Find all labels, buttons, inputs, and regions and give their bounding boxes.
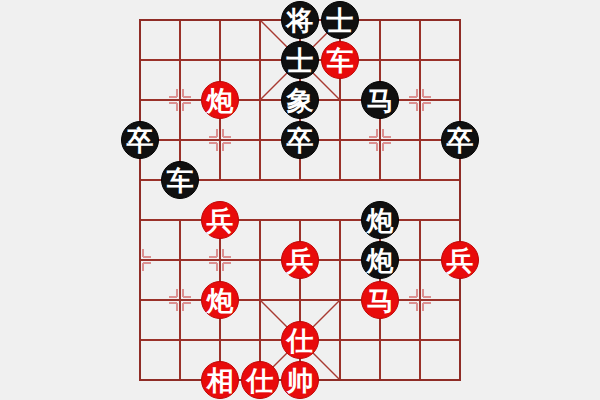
point-file2-rank7[interactable] (160, 240, 200, 280)
piece-red-soldier[interactable]: 兵 (201, 201, 239, 239)
point-file9-rank8[interactable] (440, 280, 480, 320)
piece-red-horse[interactable]: 马 (361, 281, 399, 319)
point-file3-rank9[interactable] (200, 320, 240, 360)
piece-black-cannon[interactable]: 炮 (361, 201, 399, 239)
point-file9-rank10[interactable] (440, 360, 480, 400)
point-file5-rank9[interactable]: 仕 (280, 320, 320, 360)
piece-red-advisor[interactable]: 仕 (281, 321, 319, 359)
point-file4-rank8[interactable] (240, 280, 280, 320)
point-file8-rank8[interactable] (400, 280, 440, 320)
point-file8-rank1[interactable] (400, 0, 440, 40)
point-file2-rank1[interactable] (160, 0, 200, 40)
point-file2-rank2[interactable] (160, 40, 200, 80)
piece-red-soldier[interactable]: 兵 (281, 241, 319, 279)
point-file1-rank4[interactable]: 卒 (120, 120, 160, 160)
point-file7-rank2[interactable] (360, 40, 400, 80)
point-file7-rank4[interactable] (360, 120, 400, 160)
point-file1-rank9[interactable] (120, 320, 160, 360)
point-file1-rank3[interactable] (120, 80, 160, 120)
point-file2-rank8[interactable] (160, 280, 200, 320)
point-file7-rank10[interactable] (360, 360, 400, 400)
point-file5-rank2[interactable]: 士 (280, 40, 320, 80)
point-file1-rank10[interactable] (120, 360, 160, 400)
point-file5-rank4[interactable]: 卒 (280, 120, 320, 160)
point-file5-rank5[interactable] (280, 160, 320, 200)
point-file6-rank2[interactable]: 车 (320, 40, 360, 80)
piece-red-chariot[interactable]: 车 (321, 41, 359, 79)
point-file2-rank6[interactable] (160, 200, 200, 240)
point-file6-rank7[interactable] (320, 240, 360, 280)
point-file4-rank10[interactable]: 仕 (240, 360, 280, 400)
piece-black-cannon[interactable]: 炮 (361, 241, 399, 279)
point-file6-rank5[interactable] (320, 160, 360, 200)
piece-red-elephant[interactable]: 相 (201, 361, 239, 399)
point-file9-rank4[interactable]: 卒 (440, 120, 480, 160)
point-file3-rank5[interactable] (200, 160, 240, 200)
point-file4-rank4[interactable] (240, 120, 280, 160)
point-file3-rank1[interactable] (200, 0, 240, 40)
xiangqi-board: 将士士车炮象马卒卒卒车兵炮兵炮兵炮马仕相仕帅 (0, 0, 600, 400)
point-file4-rank9[interactable] (240, 320, 280, 360)
point-file3-rank4[interactable] (200, 120, 240, 160)
piece-red-soldier[interactable]: 兵 (441, 241, 479, 279)
point-file5-rank1[interactable]: 将 (280, 0, 320, 40)
point-file2-rank3[interactable] (160, 80, 200, 120)
point-file3-rank7[interactable] (200, 240, 240, 280)
point-file5-rank6[interactable] (280, 200, 320, 240)
point-file7-rank6[interactable]: 炮 (360, 200, 400, 240)
piece-red-general[interactable]: 帅 (281, 361, 319, 399)
point-file6-rank10[interactable] (320, 360, 360, 400)
point-file5-rank8[interactable] (280, 280, 320, 320)
point-file4-rank5[interactable] (240, 160, 280, 200)
piece-black-advisor[interactable]: 士 (321, 1, 359, 39)
point-file9-rank1[interactable] (440, 0, 480, 40)
piece-red-cannon[interactable]: 炮 (201, 281, 239, 319)
piece-black-soldier[interactable]: 卒 (121, 121, 159, 159)
point-file1-rank5[interactable] (120, 160, 160, 200)
piece-black-elephant[interactable]: 象 (281, 81, 319, 119)
piece-black-advisor[interactable]: 士 (281, 41, 319, 79)
point-file7-rank9[interactable] (360, 320, 400, 360)
piece-black-general[interactable]: 将 (281, 1, 319, 39)
point-file7-rank7[interactable]: 炮 (360, 240, 400, 280)
piece-red-cannon[interactable]: 炮 (201, 81, 239, 119)
point-file4-rank3[interactable] (240, 80, 280, 120)
point-file2-rank5[interactable]: 车 (160, 160, 200, 200)
piece-black-soldier[interactable]: 卒 (441, 121, 479, 159)
point-file9-rank2[interactable] (440, 40, 480, 80)
point-file8-rank10[interactable] (400, 360, 440, 400)
point-file7-rank5[interactable] (360, 160, 400, 200)
point-file3-rank3[interactable]: 炮 (200, 80, 240, 120)
point-file4-rank6[interactable] (240, 200, 280, 240)
point-file1-rank6[interactable] (120, 200, 160, 240)
point-file1-rank1[interactable] (120, 0, 160, 40)
point-file8-rank7[interactable] (400, 240, 440, 280)
point-file6-rank1[interactable]: 士 (320, 0, 360, 40)
point-file1-rank8[interactable] (120, 280, 160, 320)
piece-red-advisor[interactable]: 仕 (241, 361, 279, 399)
point-file9-rank6[interactable] (440, 200, 480, 240)
point-file2-rank4[interactable] (160, 120, 200, 160)
point-file4-rank7[interactable] (240, 240, 280, 280)
point-file4-rank1[interactable] (240, 0, 280, 40)
point-file5-rank7[interactable]: 兵 (280, 240, 320, 280)
point-file9-rank9[interactable] (440, 320, 480, 360)
point-file6-rank3[interactable] (320, 80, 360, 120)
point-file2-rank9[interactable] (160, 320, 200, 360)
point-file1-rank2[interactable] (120, 40, 160, 80)
point-file9-rank3[interactable] (440, 80, 480, 120)
piece-black-soldier[interactable]: 卒 (281, 121, 319, 159)
piece-black-chariot[interactable]: 车 (161, 161, 199, 199)
point-file8-rank3[interactable] (400, 80, 440, 120)
point-file7-rank1[interactable] (360, 0, 400, 40)
point-file8-rank5[interactable] (400, 160, 440, 200)
point-file7-rank3[interactable]: 马 (360, 80, 400, 120)
point-file7-rank8[interactable]: 马 (360, 280, 400, 320)
point-file2-rank10[interactable] (160, 360, 200, 400)
point-file6-rank6[interactable] (320, 200, 360, 240)
point-file8-rank9[interactable] (400, 320, 440, 360)
point-file9-rank5[interactable] (440, 160, 480, 200)
point-file6-rank9[interactable] (320, 320, 360, 360)
point-file5-rank3[interactable]: 象 (280, 80, 320, 120)
point-file3-rank6[interactable]: 兵 (200, 200, 240, 240)
piece-black-horse[interactable]: 马 (361, 81, 399, 119)
point-file3-rank10[interactable]: 相 (200, 360, 240, 400)
point-file8-rank2[interactable] (400, 40, 440, 80)
point-file9-rank7[interactable]: 兵 (440, 240, 480, 280)
point-file4-rank2[interactable] (240, 40, 280, 80)
point-file8-rank4[interactable] (400, 120, 440, 160)
point-file5-rank10[interactable]: 帅 (280, 360, 320, 400)
point-file3-rank8[interactable]: 炮 (200, 280, 240, 320)
pieces-layer: 将士士车炮象马卒卒卒车兵炮兵炮兵炮马仕相仕帅 (120, 0, 480, 400)
point-file8-rank6[interactable] (400, 200, 440, 240)
point-file6-rank8[interactable] (320, 280, 360, 320)
point-file6-rank4[interactable] (320, 120, 360, 160)
point-file3-rank2[interactable] (200, 40, 240, 80)
point-file1-rank7[interactable] (120, 240, 160, 280)
